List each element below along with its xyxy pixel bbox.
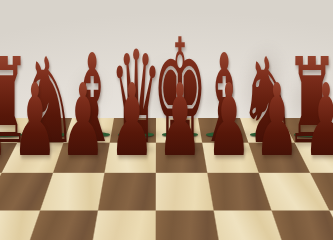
pawn-glyph: ♟ [61,71,106,171]
square-g5 [272,210,333,240]
pawn-glyph: ♟ [109,71,154,171]
chess-photo: ♜♞♝♛♚♝♞♜♟♟♟♟♟♟♟♟ [0,0,333,240]
pawn-glyph: ♟ [206,71,251,171]
square-e5 [156,210,222,240]
pawn-glyph: ♟ [255,71,300,171]
pawn-glyph: ♟ [303,71,333,171]
pawn-glyph: ♟ [0,71,9,171]
pawn-glyph: ♟ [158,71,203,171]
pawn-glyph: ♟ [12,71,57,171]
square-d5 [90,210,156,240]
